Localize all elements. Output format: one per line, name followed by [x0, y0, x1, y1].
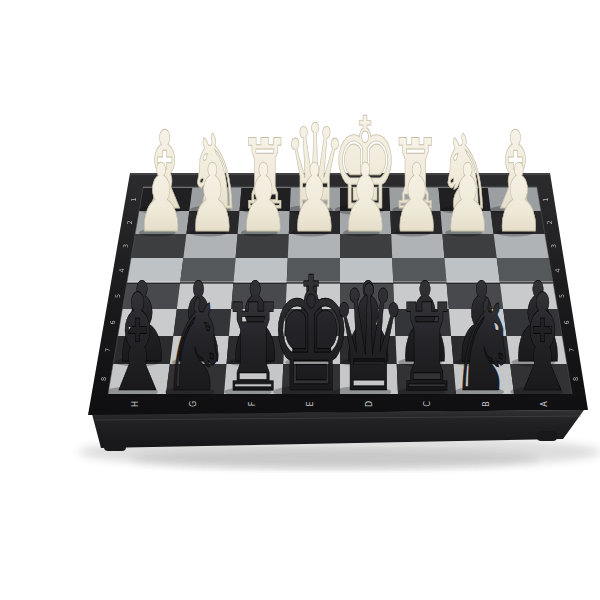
piece-white-P-h2: ♟ — [136, 144, 186, 253]
rank-label-2-right: 2 — [546, 220, 554, 224]
board-photo-canvas: HGFEDCBA1122334455667788♝♞♜♛♚♜♞♝♟♟♟♟♟♟♟♟… — [40, 16, 600, 600]
piece-white-P-g2: ♟ — [187, 144, 237, 253]
piece-black-R-c8: ♜ — [395, 279, 459, 419]
piece-white-P-b2: ♟ — [443, 144, 493, 253]
rank-label-2-left: 2 — [126, 220, 134, 224]
piece-white-P-c2: ♟ — [391, 144, 441, 253]
rank-label-3-right: 3 — [550, 244, 558, 248]
piece-black-B-a8: ♝ — [507, 265, 579, 422]
piece-white-P-d2: ♟ — [340, 144, 390, 253]
board-shadow-soft — [130, 449, 540, 469]
board-foot-right — [537, 431, 557, 441]
board-foot-left — [104, 440, 126, 451]
chess-set-product-photo: HGFEDCBA1122334455667788♝♞♜♛♚♜♞♝♟♟♟♟♟♟♟♟… — [40, 16, 600, 600]
piece-white-P-f2: ♟ — [238, 144, 288, 253]
piece-black-N-g8: ♞ — [161, 272, 229, 420]
rank-label-3-left: 3 — [122, 244, 130, 248]
piece-white-P-e2: ♟ — [289, 144, 339, 253]
piece-white-P-a2: ♟ — [494, 144, 544, 253]
